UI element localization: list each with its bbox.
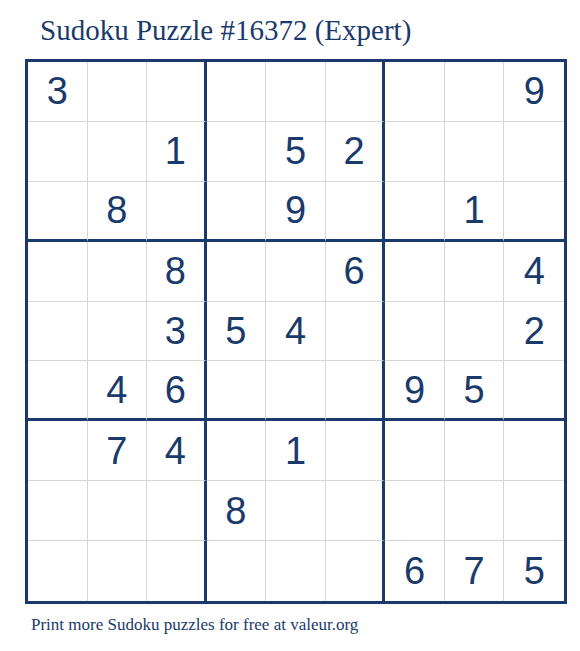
cell-r2c4: [207, 122, 267, 182]
cell-r4c7: [385, 242, 445, 302]
cell-r4c2: [88, 242, 148, 302]
cell-r3c1: [28, 182, 88, 242]
cell-r3c5: 9: [266, 182, 326, 242]
cell-r8c9: [504, 481, 564, 541]
cell-r1c1: 3: [28, 62, 88, 122]
cell-r8c2: [88, 481, 148, 541]
cell-r1c8: [445, 62, 505, 122]
cell-r9c7: 6: [385, 541, 445, 601]
cell-r2c1: [28, 122, 88, 182]
cell-r1c7: [385, 62, 445, 122]
sudoku-grid: 39152891864354246957418675: [25, 59, 567, 604]
cell-r2c9: [504, 122, 564, 182]
cell-r6c4: [207, 361, 267, 421]
cell-r2c7: [385, 122, 445, 182]
cell-r6c2: 4: [88, 361, 148, 421]
cell-r2c6: 2: [326, 122, 386, 182]
cell-r3c8: 1: [445, 182, 505, 242]
cell-r8c8: [445, 481, 505, 541]
cell-r5c8: [445, 302, 505, 362]
cell-r4c1: [28, 242, 88, 302]
cell-r2c2: [88, 122, 148, 182]
cell-r2c3: 1: [147, 122, 207, 182]
cell-r9c3: [147, 541, 207, 601]
cell-r3c6: [326, 182, 386, 242]
cell-r9c8: 7: [445, 541, 505, 601]
cell-r6c5: [266, 361, 326, 421]
cell-r5c2: [88, 302, 148, 362]
cell-r9c6: [326, 541, 386, 601]
cell-r5c3: 3: [147, 302, 207, 362]
cell-r9c9: 5: [504, 541, 564, 601]
cell-r4c9: 4: [504, 242, 564, 302]
cell-r7c3: 4: [147, 421, 207, 481]
cell-r6c1: [28, 361, 88, 421]
cell-r9c4: [207, 541, 267, 601]
cell-r5c4: 5: [207, 302, 267, 362]
page-title: Sudoku Puzzle #16372 (Expert): [40, 14, 411, 47]
cell-r9c2: [88, 541, 148, 601]
cell-r8c4: 8: [207, 481, 267, 541]
sudoku-page: Sudoku Puzzle #16372 (Expert) 3915289186…: [0, 0, 580, 651]
cell-r4c8: [445, 242, 505, 302]
cell-r1c4: [207, 62, 267, 122]
cell-r3c2: 8: [88, 182, 148, 242]
cell-r6c8: 5: [445, 361, 505, 421]
cell-r7c6: [326, 421, 386, 481]
cell-r7c8: [445, 421, 505, 481]
cell-r7c7: [385, 421, 445, 481]
cell-r8c3: [147, 481, 207, 541]
cell-r5c6: [326, 302, 386, 362]
cell-r1c3: [147, 62, 207, 122]
cell-r9c1: [28, 541, 88, 601]
cell-r5c5: 4: [266, 302, 326, 362]
cell-r1c5: [266, 62, 326, 122]
cell-r8c5: [266, 481, 326, 541]
cell-r3c3: [147, 182, 207, 242]
footer-text: Print more Sudoku puzzles for free at va…: [31, 615, 358, 635]
cell-r3c4: [207, 182, 267, 242]
cell-r4c6: 6: [326, 242, 386, 302]
cell-r2c5: 5: [266, 122, 326, 182]
cell-r7c9: [504, 421, 564, 481]
cell-r8c7: [385, 481, 445, 541]
cell-r6c7: 9: [385, 361, 445, 421]
cell-r8c6: [326, 481, 386, 541]
cell-r2c8: [445, 122, 505, 182]
cell-r1c2: [88, 62, 148, 122]
cell-r9c5: [266, 541, 326, 601]
cell-r7c5: 1: [266, 421, 326, 481]
cell-r5c1: [28, 302, 88, 362]
cell-r7c2: 7: [88, 421, 148, 481]
cell-r7c4: [207, 421, 267, 481]
cell-r4c5: [266, 242, 326, 302]
cell-r6c9: [504, 361, 564, 421]
cell-r1c9: 9: [504, 62, 564, 122]
cell-r5c7: [385, 302, 445, 362]
cell-r3c9: [504, 182, 564, 242]
cell-r7c1: [28, 421, 88, 481]
cell-r6c6: [326, 361, 386, 421]
cell-r8c1: [28, 481, 88, 541]
cell-r4c3: 8: [147, 242, 207, 302]
cell-r4c4: [207, 242, 267, 302]
cell-r6c3: 6: [147, 361, 207, 421]
cell-r1c6: [326, 62, 386, 122]
cell-r5c9: 2: [504, 302, 564, 362]
cell-r3c7: [385, 182, 445, 242]
